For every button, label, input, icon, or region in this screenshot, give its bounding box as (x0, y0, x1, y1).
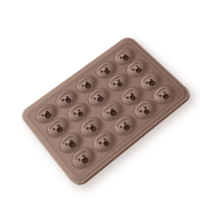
grid-cell (75, 112, 108, 143)
cavity-eye-left (77, 158, 81, 162)
cavity-mouth (103, 68, 111, 75)
cavity-eye-right (78, 109, 82, 112)
cavity-mouth (109, 109, 118, 117)
mold-cavity-face (56, 130, 85, 157)
cavity-grid (30, 44, 181, 175)
cavity-mouth (64, 97, 72, 105)
cavity-eye-right (90, 123, 94, 127)
mold-cavity-face (131, 97, 159, 122)
silicone-mold-tray (18, 35, 193, 188)
cavity-eye-right (103, 138, 107, 142)
cavity-eye-right (82, 154, 86, 158)
cavity-mouth (123, 124, 132, 132)
cavity-eye-left (139, 110, 143, 114)
mold-cavity-face (111, 113, 140, 139)
cavity-mouth (143, 108, 152, 116)
mold-cavity-face (44, 115, 72, 141)
grid-cell (41, 113, 74, 143)
mold-cavity-face (77, 114, 105, 140)
cavity-eye-right (124, 122, 128, 126)
cavity-eye-left (52, 128, 56, 132)
cavity-eye-right (69, 139, 73, 143)
mold-cavity-face (90, 128, 119, 155)
product-photo-stage (0, 0, 200, 200)
cavity-eye-right (110, 108, 114, 111)
cavity-mouth (68, 141, 77, 150)
cavity-eye-left (64, 143, 68, 147)
cavity-mouth (102, 140, 111, 149)
cavity-mouth (122, 55, 130, 62)
mold-tray-wrapper (18, 35, 193, 188)
mold-cavity-face (69, 145, 98, 173)
cavity-mouth (148, 80, 156, 87)
cavity-eye-right (57, 124, 61, 128)
cavity-eye-left (158, 95, 162, 98)
grid-cell (87, 126, 121, 158)
cavity-eye-left (119, 125, 123, 129)
cavity-eye-left (113, 83, 117, 86)
cavity-mouth (76, 111, 84, 119)
cavity-mouth (96, 96, 104, 104)
cavity-mouth (162, 93, 171, 101)
cavity-mouth (81, 156, 90, 165)
cavity-mouth (44, 112, 52, 120)
cavity-eye-left (73, 112, 77, 115)
grid-cell (128, 95, 161, 125)
cavity-mouth (129, 94, 138, 102)
grid-cell (108, 110, 142, 141)
cavity-eye-left (85, 127, 89, 131)
cavity-eye-right (143, 106, 147, 109)
cavity-eye-left (98, 141, 102, 145)
cavity-eye-left (106, 111, 110, 114)
cavity-mouth (56, 126, 65, 134)
grid-cell (66, 142, 101, 175)
grid-cell (53, 127, 87, 159)
cavity-mouth (116, 81, 124, 88)
cavity-mouth (89, 125, 98, 133)
cavity-mouth (135, 67, 143, 74)
cavity-mouth (84, 82, 92, 89)
